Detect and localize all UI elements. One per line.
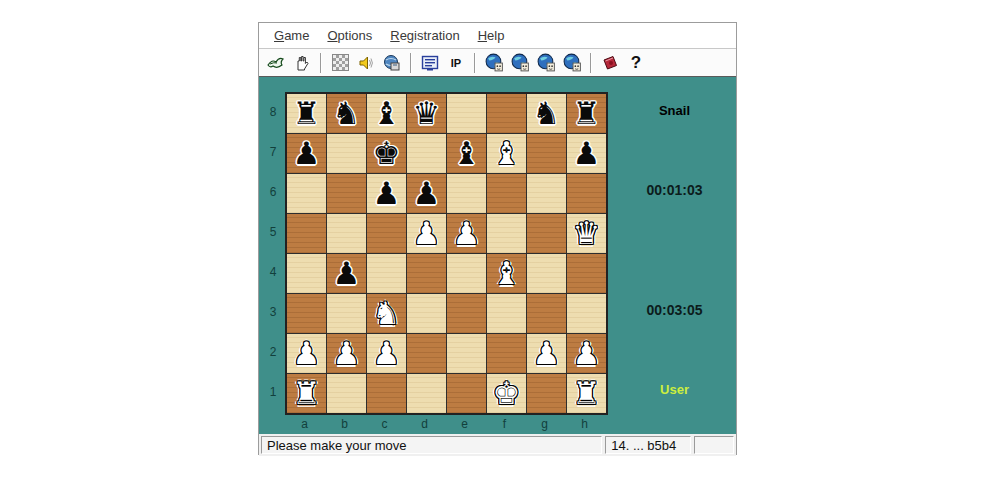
square-a8[interactable]: ♜	[287, 94, 326, 133]
opponent-name: Snail	[611, 103, 738, 118]
toolbar-separator	[320, 53, 322, 73]
disk-globe-icon[interactable]	[381, 52, 403, 74]
board-pattern-icon[interactable]	[329, 52, 351, 74]
square-e7[interactable]: ♝	[447, 134, 486, 173]
square-f6[interactable]	[487, 174, 526, 213]
file-label-a: a	[285, 417, 324, 431]
network-globe-icon-2[interactable]	[509, 52, 531, 74]
square-g4[interactable]	[527, 254, 566, 293]
square-c6[interactable]: ♟	[367, 174, 406, 213]
player-name: User	[611, 382, 738, 397]
square-c5[interactable]	[367, 214, 406, 253]
network-globe-icon-1[interactable]	[483, 52, 505, 74]
help-icon[interactable]: ?	[625, 52, 647, 74]
board-area: 87654321 ♜♞♝♛♞♜♟♚♝♝♟♟♟♟♟♛♟♝♞♟♟♟♟♟♜♚♜ abc…	[259, 77, 736, 434]
square-d4[interactable]	[407, 254, 446, 293]
square-f4[interactable]: ♝	[487, 254, 526, 293]
white-pawn-a2[interactable]: ♟	[293, 334, 321, 373]
black-pawn-c6[interactable]: ♟	[373, 174, 401, 213]
opponent-clock: 00:01:03	[611, 182, 738, 198]
square-c2[interactable]: ♟	[367, 334, 406, 373]
black-king-c7[interactable]: ♚	[373, 134, 401, 173]
file-label-f: f	[485, 417, 524, 431]
white-pawn-h2[interactable]: ♟	[573, 334, 601, 373]
white-rook-h1[interactable]: ♜	[573, 374, 601, 413]
menu-game[interactable]: Game	[265, 23, 318, 48]
help-label: ?	[631, 53, 641, 73]
square-f3[interactable]	[487, 294, 526, 333]
file-label-b: b	[325, 417, 364, 431]
white-pawn-c2[interactable]: ♟	[373, 334, 401, 373]
status-extra-panel	[694, 436, 734, 454]
toolbar-separator	[410, 53, 412, 73]
ip-label: IP	[451, 57, 461, 69]
menu-bar: Game Options Registration Help	[259, 23, 736, 49]
square-g6[interactable]	[527, 174, 566, 213]
square-h1[interactable]: ♜	[567, 374, 606, 413]
chess-app-window: Game Options Registration Help	[258, 22, 737, 455]
file-label-e: e	[445, 417, 484, 431]
square-h4[interactable]	[567, 254, 606, 293]
file-labels: abcdefgh	[285, 417, 604, 431]
square-d8[interactable]: ♛	[407, 94, 446, 133]
square-a4[interactable]	[287, 254, 326, 293]
rank-label-6: 6	[265, 172, 281, 211]
square-c4[interactable]	[367, 254, 406, 293]
square-g3[interactable]	[527, 294, 566, 333]
square-f2[interactable]	[487, 334, 526, 373]
square-h8[interactable]: ♜	[567, 94, 606, 133]
toolbar-separator	[590, 53, 592, 73]
white-queen-h5[interactable]: ♛	[573, 214, 601, 253]
rank-label-1: 1	[265, 372, 281, 411]
square-g5[interactable]	[527, 214, 566, 253]
square-g1[interactable]	[527, 374, 566, 413]
menu-options[interactable]: Options	[318, 23, 381, 48]
book-icon[interactable]	[599, 52, 621, 74]
black-rook-a8[interactable]: ♜	[293, 94, 321, 133]
black-bishop-c8[interactable]: ♝	[373, 94, 401, 133]
square-a3[interactable]	[287, 294, 326, 333]
toolbar: IP	[259, 49, 736, 77]
square-b1[interactable]	[327, 374, 366, 413]
status-message: Please make your move	[261, 436, 602, 454]
rank-label-2: 2	[265, 332, 281, 371]
square-b3[interactable]	[327, 294, 366, 333]
square-d3[interactable]	[407, 294, 446, 333]
square-h7[interactable]: ♟	[567, 134, 606, 173]
hand-icon[interactable]	[291, 52, 313, 74]
toolbar-separator	[474, 53, 476, 73]
rank-label-3: 3	[265, 292, 281, 331]
square-h6[interactable]	[567, 174, 606, 213]
white-pawn-g2[interactable]: ♟	[533, 334, 561, 373]
square-e3[interactable]	[447, 294, 486, 333]
black-knight-b8[interactable]: ♞	[333, 94, 361, 133]
square-e5[interactable]: ♟	[447, 214, 486, 253]
black-pawn-a7[interactable]: ♟	[293, 134, 321, 173]
menu-registration[interactable]: Registration	[381, 23, 468, 48]
monitor-icon[interactable]	[419, 52, 441, 74]
square-e2[interactable]	[447, 334, 486, 373]
black-bishop-e7[interactable]: ♝	[453, 134, 481, 173]
player-clock: 00:03:05	[611, 302, 738, 318]
square-g8[interactable]: ♞	[527, 94, 566, 133]
square-b4[interactable]: ♟	[327, 254, 366, 293]
black-knight-g8[interactable]: ♞	[533, 94, 561, 133]
square-d6[interactable]: ♟	[407, 174, 446, 213]
menu-help[interactable]: Help	[469, 23, 514, 48]
file-label-h: h	[565, 417, 604, 431]
square-h2[interactable]: ♟	[567, 334, 606, 373]
square-a2[interactable]: ♟	[287, 334, 326, 373]
white-bishop-f4[interactable]: ♝	[493, 254, 521, 293]
last-move-indicator: 14. ... b5b4	[605, 436, 691, 454]
square-h3[interactable]	[567, 294, 606, 333]
square-b2[interactable]: ♟	[327, 334, 366, 373]
square-h5[interactable]: ♛	[567, 214, 606, 253]
square-b5[interactable]	[327, 214, 366, 253]
square-f8[interactable]	[487, 94, 526, 133]
square-a6[interactable]	[287, 174, 326, 213]
square-d7[interactable]	[407, 134, 446, 173]
black-pawn-d6[interactable]: ♟	[413, 174, 441, 213]
square-a7[interactable]: ♟	[287, 134, 326, 173]
black-pawn-b4[interactable]: ♟	[333, 254, 361, 293]
square-c3[interactable]: ♞	[367, 294, 406, 333]
black-rook-h8[interactable]: ♜	[573, 94, 601, 133]
square-b6[interactable]	[327, 174, 366, 213]
square-e8[interactable]	[447, 94, 486, 133]
square-c8[interactable]: ♝	[367, 94, 406, 133]
square-b7[interactable]	[327, 134, 366, 173]
square-f7[interactable]: ♝	[487, 134, 526, 173]
square-d1[interactable]	[407, 374, 446, 413]
status-bar: Please make your move 14. ... b5b4	[259, 434, 736, 456]
square-e4[interactable]	[447, 254, 486, 293]
black-queen-d8[interactable]: ♛	[413, 94, 441, 133]
square-c1[interactable]	[367, 374, 406, 413]
rank-label-8: 8	[265, 92, 281, 131]
network-globe-icon-3[interactable]	[535, 52, 557, 74]
square-a1[interactable]: ♜	[287, 374, 326, 413]
rank-labels: 87654321	[265, 92, 281, 411]
square-d5[interactable]: ♟	[407, 214, 446, 253]
square-f5[interactable]	[487, 214, 526, 253]
square-f1[interactable]: ♚	[487, 374, 526, 413]
rank-label-5: 5	[265, 212, 281, 251]
side-panel: Snail 00:01:03 00:03:05 User	[611, 77, 738, 434]
dove-icon[interactable]	[265, 52, 287, 74]
square-b8[interactable]: ♞	[327, 94, 366, 133]
white-knight-c3[interactable]: ♞	[373, 294, 401, 333]
white-rook-a1[interactable]: ♜	[293, 374, 321, 413]
square-e1[interactable]	[447, 374, 486, 413]
board-grid: ♜♞♝♛♞♜♟♚♝♝♟♟♟♟♟♛♟♝♞♟♟♟♟♟♜♚♜	[285, 92, 608, 415]
square-g7[interactable]	[527, 134, 566, 173]
rank-label-4: 4	[265, 252, 281, 291]
white-king-f1[interactable]: ♚	[493, 374, 521, 413]
file-label-g: g	[525, 417, 564, 431]
network-globe-icon-4[interactable]	[561, 52, 583, 74]
file-label-d: d	[405, 417, 444, 431]
square-a5[interactable]	[287, 214, 326, 253]
square-d2[interactable]	[407, 334, 446, 373]
square-g2[interactable]: ♟	[527, 334, 566, 373]
white-pawn-e5[interactable]: ♟	[453, 214, 481, 253]
white-pawn-b2[interactable]: ♟	[333, 334, 361, 373]
sound-icon[interactable]	[355, 52, 377, 74]
rank-label-7: 7	[265, 132, 281, 171]
white-pawn-d5[interactable]: ♟	[413, 214, 441, 253]
ip-button[interactable]: IP	[445, 52, 467, 74]
square-e6[interactable]	[447, 174, 486, 213]
white-bishop-f7[interactable]: ♝	[493, 134, 521, 173]
file-label-c: c	[365, 417, 404, 431]
square-c7[interactable]: ♚	[367, 134, 406, 173]
black-pawn-h7[interactable]: ♟	[573, 134, 601, 173]
